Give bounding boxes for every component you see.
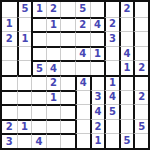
- empty-cell[interactable]: [90, 31, 105, 46]
- empty-cell[interactable]: [60, 133, 75, 148]
- empty-cell[interactable]: [60, 119, 75, 134]
- empty-cell[interactable]: [46, 31, 61, 46]
- given-digit-cell: 2: [46, 75, 61, 90]
- given-digit-cell: 4: [90, 104, 105, 119]
- given-digit-cell: 4: [31, 133, 46, 148]
- empty-cell[interactable]: [90, 60, 105, 75]
- empty-cell[interactable]: [2, 60, 17, 75]
- empty-cell[interactable]: [2, 104, 17, 119]
- empty-cell[interactable]: [2, 2, 17, 17]
- empty-cell[interactable]: [119, 90, 134, 105]
- given-digit-cell: 4: [119, 46, 134, 61]
- empty-cell[interactable]: [75, 31, 90, 46]
- given-digit-cell: 1: [46, 90, 61, 105]
- empty-cell[interactable]: [133, 104, 148, 119]
- empty-cell[interactable]: [31, 90, 46, 105]
- empty-cell[interactable]: [17, 104, 32, 119]
- given-digit-cell: 1: [119, 60, 134, 75]
- empty-cell[interactable]: [17, 75, 32, 90]
- empty-cell[interactable]: [104, 2, 119, 17]
- empty-cell[interactable]: [46, 104, 61, 119]
- empty-cell[interactable]: [2, 46, 17, 61]
- given-digit-cell: 4: [46, 60, 61, 75]
- empty-cell[interactable]: [46, 46, 61, 61]
- empty-cell[interactable]: [17, 60, 32, 75]
- given-digit-cell: 1: [31, 2, 46, 17]
- empty-cell[interactable]: [133, 17, 148, 32]
- empty-cell[interactable]: [60, 2, 75, 17]
- empty-cell[interactable]: [133, 133, 148, 148]
- empty-cell[interactable]: [46, 119, 61, 134]
- given-digit-cell: 2: [133, 60, 148, 75]
- empty-cell[interactable]: [75, 90, 90, 105]
- empty-cell[interactable]: [104, 119, 119, 134]
- given-digit-cell: 4: [104, 90, 119, 105]
- empty-cell[interactable]: [119, 17, 134, 32]
- tatami-board: 5125211242213414541224113424521253415: [0, 0, 150, 150]
- empty-cell[interactable]: [133, 2, 148, 17]
- empty-cell[interactable]: [90, 2, 105, 17]
- empty-cell[interactable]: [60, 31, 75, 46]
- empty-cell[interactable]: [60, 60, 75, 75]
- given-digit-cell: 5: [119, 133, 134, 148]
- given-digit-cell: 2: [2, 31, 17, 46]
- given-digit-cell: 5: [133, 119, 148, 134]
- empty-cell[interactable]: [60, 104, 75, 119]
- given-digit-cell: 2: [119, 2, 134, 17]
- given-digit-cell: 5: [104, 104, 119, 119]
- given-digit-cell: 5: [31, 60, 46, 75]
- empty-cell[interactable]: [133, 46, 148, 61]
- empty-cell[interactable]: [31, 104, 46, 119]
- empty-cell[interactable]: [119, 119, 134, 134]
- empty-cell[interactable]: [60, 75, 75, 90]
- empty-cell[interactable]: [60, 17, 75, 32]
- empty-cell[interactable]: [31, 119, 46, 134]
- empty-cell[interactable]: [2, 90, 17, 105]
- given-digit-cell: 1: [17, 31, 32, 46]
- given-digit-cell: 3: [104, 31, 119, 46]
- given-digit-cell: 3: [2, 133, 17, 148]
- given-digit-cell: 2: [133, 90, 148, 105]
- given-digit-cell: 1: [90, 46, 105, 61]
- empty-cell[interactable]: [75, 133, 90, 148]
- given-digit-cell: 1: [104, 75, 119, 90]
- empty-cell[interactable]: [31, 75, 46, 90]
- empty-cell[interactable]: [46, 133, 61, 148]
- given-digit-cell: 2: [2, 119, 17, 134]
- empty-cell[interactable]: [17, 17, 32, 32]
- empty-cell[interactable]: [133, 31, 148, 46]
- empty-cell[interactable]: [75, 104, 90, 119]
- empty-cell[interactable]: [31, 17, 46, 32]
- empty-cell[interactable]: [119, 104, 134, 119]
- empty-cell[interactable]: [104, 46, 119, 61]
- empty-cell[interactable]: [75, 60, 90, 75]
- empty-cell[interactable]: [17, 90, 32, 105]
- given-digit-cell: 4: [75, 75, 90, 90]
- given-digit-cell: 1: [17, 119, 32, 134]
- given-digit-cell: 2: [46, 2, 61, 17]
- given-digit-cell: 1: [90, 133, 105, 148]
- given-digit-cell: 1: [2, 17, 17, 32]
- empty-cell[interactable]: [104, 133, 119, 148]
- empty-cell[interactable]: [133, 75, 148, 90]
- empty-cell[interactable]: [17, 133, 32, 148]
- empty-cell[interactable]: [75, 119, 90, 134]
- empty-cell[interactable]: [2, 75, 17, 90]
- given-digit-cell: 2: [104, 17, 119, 32]
- empty-cell[interactable]: [104, 60, 119, 75]
- given-digit-cell: 5: [75, 2, 90, 17]
- given-digit-cell: 2: [90, 119, 105, 134]
- empty-cell[interactable]: [31, 31, 46, 46]
- given-digit-cell: 1: [46, 17, 61, 32]
- given-digit-cell: 3: [90, 90, 105, 105]
- given-digit-cell: 5: [17, 2, 32, 17]
- empty-cell[interactable]: [31, 46, 46, 61]
- empty-cell[interactable]: [119, 31, 134, 46]
- empty-cell[interactable]: [17, 46, 32, 61]
- empty-cell[interactable]: [90, 75, 105, 90]
- given-digit-cell: 4: [75, 46, 90, 61]
- given-digit-cell: 4: [90, 17, 105, 32]
- given-digit-cell: 2: [75, 17, 90, 32]
- empty-cell[interactable]: [60, 46, 75, 61]
- empty-cell[interactable]: [119, 75, 134, 90]
- empty-cell[interactable]: [60, 90, 75, 105]
